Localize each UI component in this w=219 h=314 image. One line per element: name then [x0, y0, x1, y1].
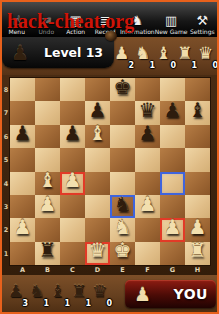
square-c8[interactable]	[60, 78, 85, 101]
square-c1[interactable]	[60, 242, 85, 265]
black-queen-f7[interactable]: ♛	[135, 98, 160, 121]
black-bishop-icon: ♝	[50, 281, 65, 301]
black-king-e8[interactable]: ♚	[110, 75, 135, 98]
square-d1[interactable]: ♛	[85, 242, 110, 265]
white-pawn-h2[interactable]: ♟	[185, 215, 210, 238]
square-b8[interactable]	[35, 78, 60, 101]
captured-count: 0	[212, 61, 218, 70]
file-coordinates: ABCDEFGH	[10, 265, 210, 274]
square-e5[interactable]	[110, 148, 135, 171]
square-f5[interactable]	[135, 148, 160, 171]
square-h4[interactable]	[185, 172, 210, 195]
square-g4[interactable]	[160, 172, 185, 195]
white-rook-icon: ♜	[177, 43, 192, 63]
square-a1[interactable]	[10, 242, 35, 265]
square-f2[interactable]	[135, 218, 160, 241]
player-turn-badge: ♟ YOU	[125, 280, 216, 308]
captured-white-pawn: ♟2	[111, 41, 132, 68]
square-h6[interactable]	[185, 125, 210, 148]
white-queen-d1[interactable]: ♛	[85, 239, 110, 262]
rank-label-5: 5	[2, 156, 10, 164]
white-rook-h1[interactable]: ♜	[185, 239, 210, 262]
captured-black-queen: ♛0	[89, 279, 110, 306]
square-e7[interactable]	[110, 101, 135, 124]
toolbar-label-settings: Settings	[190, 28, 215, 36]
square-h1[interactable]: ♜	[185, 242, 210, 265]
player-label: YOU	[174, 286, 208, 302]
square-e8[interactable]: ♚	[110, 78, 135, 101]
square-a4[interactable]	[10, 172, 35, 195]
chess-board: ♚♟♛♟♝♟♟♝♟♝♟♟♞♟♟♞♟♟♜♛♚♜	[10, 78, 210, 265]
file-label-B: B	[35, 266, 60, 274]
black-queen-icon: ♛	[92, 281, 107, 301]
square-c2[interactable]	[60, 218, 85, 241]
captured-black-knight: ♞1	[26, 279, 47, 306]
square-c3[interactable]	[60, 195, 85, 218]
square-c6[interactable]: ♟	[60, 125, 85, 148]
square-d4[interactable]	[85, 172, 110, 195]
rank-coordinates: 87654321	[2, 78, 10, 265]
black-pawn-c6[interactable]: ♟	[60, 122, 85, 145]
square-e6[interactable]	[110, 125, 135, 148]
rank-label-8: 8	[2, 86, 10, 94]
square-a5[interactable]	[10, 148, 35, 171]
toolbar-item-new-game[interactable]: ▥New Game	[155, 2, 188, 37]
captured-black-bishop: ♝1	[47, 279, 68, 306]
file-label-E: E	[110, 266, 135, 274]
rank-label-3: 3	[2, 203, 10, 211]
square-h7[interactable]: ♝	[185, 101, 210, 124]
square-g5[interactable]	[160, 148, 185, 171]
file-label-D: D	[85, 266, 110, 274]
status-bar: ♟ Level 13 ♟2♞1♝0♜1♛0	[2, 37, 217, 75]
white-pawn-c4[interactable]: ♟	[60, 169, 85, 192]
captured-count: 0	[106, 299, 112, 308]
rank-label-1: 1	[2, 250, 10, 258]
white-queen-icon: ♛	[198, 43, 213, 63]
square-f6[interactable]: ♟	[135, 125, 160, 148]
square-g2[interactable]: ♟	[160, 218, 185, 241]
black-pawn-icon: ♟	[11, 43, 29, 63]
tools-icon: ⚒	[196, 14, 208, 28]
square-d3[interactable]	[85, 195, 110, 218]
captured-white-queen: ♛0	[195, 41, 216, 68]
square-g7[interactable]: ♟	[160, 101, 185, 124]
board-frame: ♚♟♛♟♝♟♟♝♟♝♟♟♞♟♟♞♟♟♜♛♚♜	[2, 75, 217, 275]
bottom-bar: ♟3♞1♝1♜1♛0 ♟ YOU	[2, 275, 217, 312]
level-label: Level 13	[44, 45, 103, 60]
black-pawn-d7[interactable]: ♟	[85, 98, 110, 121]
square-g1[interactable]	[160, 242, 185, 265]
white-bishop-icon: ♝	[156, 43, 171, 63]
square-e1[interactable]: ♚	[110, 242, 135, 265]
captured-black-pawn: ♟3	[5, 279, 26, 306]
square-b3[interactable]: ♟	[35, 195, 60, 218]
black-rook-icon: ♜	[71, 281, 86, 301]
square-b7[interactable]	[35, 101, 60, 124]
white-pawn-b3[interactable]: ♟	[35, 192, 60, 215]
captured-white-knight: ♞1	[132, 41, 153, 68]
rank-label-4: 4	[2, 180, 10, 188]
square-b1[interactable]: ♜	[35, 242, 60, 265]
toolbar-label-new-game: New Game	[155, 28, 188, 36]
square-a8[interactable]	[10, 78, 35, 101]
watermark-text: hack-cheat.org	[7, 10, 134, 33]
file-label-F: F	[135, 266, 160, 274]
chess-app-window: hack-cheat.org ☝Menu☚Undo▦Action≣Record♞…	[0, 0, 219, 314]
white-king-e1[interactable]: ♚	[110, 239, 135, 262]
square-f1[interactable]	[135, 242, 160, 265]
file-label-G: G	[160, 266, 185, 274]
captured-white-rook: ♜1	[174, 41, 195, 68]
opponent-level-panel: ♟ Level 13	[2, 37, 114, 68]
square-g6[interactable]	[160, 125, 185, 148]
captured-black-rook: ♜1	[68, 279, 89, 306]
square-f3[interactable]: ♟	[135, 195, 160, 218]
black-knight-icon: ♞	[29, 281, 44, 301]
file-label-H: H	[185, 266, 210, 274]
square-a6[interactable]: ♟	[10, 125, 35, 148]
square-d5[interactable]	[85, 148, 110, 171]
white-pawn-f3[interactable]: ♟	[135, 192, 160, 215]
black-knight-e3[interactable]: ♞	[110, 192, 135, 215]
new-board-icon: ▥	[165, 14, 177, 28]
white-pawn-a2[interactable]: ♟	[10, 215, 35, 238]
black-rook-b1[interactable]: ♜	[35, 239, 60, 262]
captured-black-pieces-tray: ♟3♞1♝1♜1♛0	[5, 279, 110, 306]
black-bishop-h7[interactable]: ♝	[185, 98, 210, 121]
white-knight-e2[interactable]: ♞	[110, 215, 135, 238]
black-pawn-a6[interactable]: ♟	[10, 122, 35, 145]
square-b6[interactable]	[35, 125, 60, 148]
white-pawn-g2[interactable]: ♟	[160, 215, 185, 238]
white-bishop-d6[interactable]: ♝	[85, 122, 110, 145]
white-knight-icon: ♞	[135, 43, 150, 63]
square-c4[interactable]: ♟	[60, 172, 85, 195]
file-label-C: C	[60, 266, 85, 274]
captured-white-pieces-tray: ♟2♞1♝0♜1♛0	[111, 41, 216, 68]
black-pawn-f6[interactable]: ♟	[135, 122, 160, 145]
square-a2[interactable]: ♟	[10, 218, 35, 241]
square-h5[interactable]	[185, 148, 210, 171]
black-pawn-g7[interactable]: ♟	[160, 98, 185, 121]
white-pawn-icon: ♟	[134, 283, 151, 305]
rank-label-2: 2	[2, 226, 10, 234]
square-d6[interactable]: ♝	[85, 125, 110, 148]
rank-label-6: 6	[2, 133, 10, 141]
white-pawn-icon: ♟	[114, 43, 129, 63]
black-pawn-icon: ♟	[8, 281, 23, 301]
captured-white-bishop: ♝0	[153, 41, 174, 68]
toolbar-item-settings[interactable]: ⚒Settings	[188, 2, 217, 37]
rank-label-7: 7	[2, 109, 10, 117]
file-label-A: A	[10, 266, 35, 274]
white-bishop-b4[interactable]: ♝	[35, 169, 60, 192]
